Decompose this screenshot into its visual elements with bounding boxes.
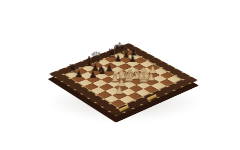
square-g1 bbox=[159, 79, 174, 86]
scene-3d: ♜♝♛♜♚♟♟♟♝♟♟♞♟♟♝♞♟♟♛♝♞♟♟♚♟ bbox=[0, 0, 240, 150]
piece-dark-king: ♚ bbox=[110, 41, 129, 56]
square-f3: ♞ bbox=[137, 74, 151, 81]
product-photo: ♜♝♛♜♚♟♟♟♝♟♟♞♟♟♝♞♟♟♛♝♞♟♟♚♟ bbox=[0, 0, 240, 150]
chess-board: ♜♝♛♜♚♟♟♟♝♟♟♞♟♟♝♞♟♟♛♝♞♟♟♚♟ bbox=[49, 43, 198, 117]
